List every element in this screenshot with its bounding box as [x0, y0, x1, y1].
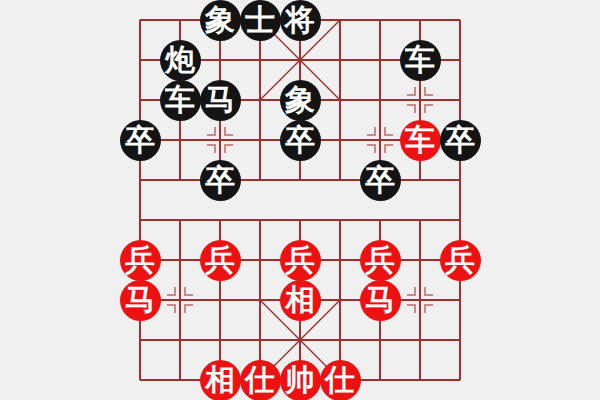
red-soldier[interactable]: 兵 — [200, 240, 241, 281]
red-soldier[interactable]: 兵 — [120, 240, 161, 281]
black-cannon[interactable]: 炮 — [160, 40, 201, 81]
red-elephant[interactable]: 相 — [200, 360, 241, 400]
black-chariot[interactable]: 车 — [160, 80, 201, 121]
black-elephant[interactable]: 象 — [280, 80, 321, 121]
red-chariot[interactable]: 车 — [400, 120, 441, 161]
red-soldier[interactable]: 兵 — [440, 240, 481, 281]
black-advisor[interactable]: 士 — [240, 0, 281, 41]
red-advisor[interactable]: 仕 — [320, 360, 361, 400]
black-soldier[interactable]: 卒 — [440, 120, 481, 161]
black-soldier[interactable]: 卒 — [360, 160, 401, 201]
red-horse[interactable]: 马 — [120, 280, 161, 321]
red-advisor[interactable]: 仕 — [240, 360, 281, 400]
black-elephant[interactable]: 象 — [200, 0, 241, 41]
xiangqi-app: 象士将炮车车马象卒卒车卒卒卒兵兵兵兵兵马相马相仕帅仕 — [0, 0, 600, 400]
black-soldier[interactable]: 卒 — [280, 120, 321, 161]
red-horse[interactable]: 马 — [360, 280, 401, 321]
black-chariot[interactable]: 车 — [400, 40, 441, 81]
black-horse[interactable]: 马 — [200, 80, 241, 121]
black-soldier[interactable]: 卒 — [200, 160, 241, 201]
red-soldier[interactable]: 兵 — [360, 240, 401, 281]
black-general[interactable]: 将 — [280, 0, 321, 41]
board-grid[interactable]: 象士将炮车车马象卒卒车卒卒卒兵兵兵兵兵马相马相仕帅仕 — [120, 0, 480, 400]
red-soldier[interactable]: 兵 — [280, 240, 321, 281]
red-general[interactable]: 帅 — [280, 360, 321, 400]
red-elephant[interactable]: 相 — [280, 280, 321, 321]
black-soldier[interactable]: 卒 — [120, 120, 161, 161]
